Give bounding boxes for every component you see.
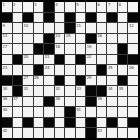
white-cell-r9c1[interactable]: 37 — [13, 97, 23, 107]
clue-number-21: 21 — [45, 54, 50, 59]
black-cell-r6c3 — [34, 65, 44, 75]
white-cell-r8c7[interactable]: 33 — [76, 86, 86, 96]
white-cell-r10c10[interactable] — [107, 107, 117, 117]
clue-number-19: 19 — [87, 44, 92, 49]
white-cell-r4c5[interactable]: 18 — [55, 44, 65, 54]
white-cell-r6c7[interactable] — [76, 65, 86, 75]
black-cell-r1c6 — [65, 13, 75, 23]
white-cell-r2c0[interactable]: 9 — [2, 23, 12, 33]
white-cell-r12c3[interactable] — [34, 128, 44, 138]
clue-number-40: 40 — [3, 107, 8, 112]
white-cell-r12c2[interactable] — [23, 128, 33, 138]
white-cell-r8c11[interactable]: 35 — [118, 86, 128, 96]
black-cell-r7c0 — [2, 76, 12, 86]
black-cell-r5c1 — [13, 55, 23, 65]
white-cell-r5c9[interactable] — [97, 55, 107, 65]
black-cell-r9c8 — [86, 97, 96, 107]
white-cell-r7c12[interactable] — [128, 76, 138, 86]
white-cell-r12c0[interactable]: 42 — [2, 128, 12, 138]
white-cell-r8c12[interactable] — [128, 86, 138, 96]
white-cell-r1c3[interactable] — [34, 13, 44, 23]
black-cell-r7c7 — [76, 76, 86, 86]
clue-number-9: 9 — [3, 23, 5, 28]
clue-number-39: 39 — [97, 96, 102, 101]
white-cell-r8c5[interactable]: 32 — [55, 86, 65, 96]
clue-number-6: 6 — [97, 2, 99, 7]
black-cell-r1c0 — [2, 13, 12, 23]
white-cell-r0c2[interactable] — [23, 2, 33, 12]
white-cell-r5c6[interactable] — [65, 55, 75, 65]
black-cell-r5c11 — [118, 55, 128, 65]
black-cell-r11c8 — [86, 118, 96, 128]
white-cell-r9c11[interactable] — [118, 97, 128, 107]
white-cell-r0c1[interactable]: 2 — [13, 2, 23, 12]
clue-number-35: 35 — [118, 86, 123, 91]
white-cell-r12c10[interactable] — [107, 128, 117, 138]
white-cell-r11c3[interactable] — [34, 118, 44, 128]
white-cell-r7c10[interactable] — [107, 76, 117, 86]
white-cell-r2c5[interactable] — [55, 23, 65, 33]
white-cell-r10c2[interactable] — [23, 107, 33, 117]
white-cell-r3c0[interactable]: 13 — [2, 34, 12, 44]
black-cell-r5c7 — [76, 55, 86, 65]
white-cell-r9c12[interactable] — [128, 97, 138, 107]
black-cell-r1c2 — [23, 13, 33, 23]
white-cell-r1c5[interactable] — [55, 13, 65, 23]
white-cell-r2c12[interactable]: 12 — [128, 23, 138, 33]
white-cell-r10c9[interactable] — [97, 107, 107, 117]
black-cell-r11c2 — [23, 118, 33, 128]
black-cell-r4c11 — [118, 44, 128, 54]
white-cell-r12c7[interactable] — [76, 128, 86, 138]
black-cell-r8c1 — [13, 86, 23, 96]
clue-number-29: 29 — [87, 75, 92, 80]
black-cell-r5c12 — [128, 55, 138, 65]
black-cell-r4c3 — [34, 44, 44, 54]
black-cell-r1c8 — [86, 13, 96, 23]
white-cell-r11c9[interactable] — [97, 118, 107, 128]
black-cell-r2c6 — [65, 23, 75, 33]
white-cell-r11c7[interactable] — [76, 118, 86, 128]
clue-number-4: 4 — [55, 2, 57, 7]
white-cell-r9c2[interactable] — [23, 97, 33, 107]
white-cell-r2c3[interactable] — [34, 23, 44, 33]
white-cell-r10c0[interactable]: 40 — [2, 107, 12, 117]
clue-number-36: 36 — [3, 96, 8, 101]
white-cell-r7c6[interactable] — [65, 76, 75, 86]
white-cell-r8c10[interactable]: 34 — [107, 86, 117, 96]
clue-number-30: 30 — [3, 86, 8, 91]
black-cell-r8c8 — [86, 86, 96, 96]
white-cell-r5c0[interactable] — [2, 55, 12, 65]
black-cell-r7c1 — [13, 76, 23, 86]
white-cell-r4c0[interactable]: 17 — [2, 44, 12, 54]
white-cell-r3c11[interactable] — [118, 34, 128, 44]
white-cell-r3c5[interactable]: 14 — [55, 34, 65, 44]
black-cell-r11c10 — [107, 118, 117, 128]
white-cell-r0c8[interactable] — [86, 2, 96, 12]
black-cell-r8c9 — [97, 86, 107, 96]
clue-number-13: 13 — [3, 33, 8, 38]
white-cell-r0c7[interactable]: 5 — [76, 2, 86, 12]
white-cell-r6c2[interactable] — [23, 65, 33, 75]
black-cell-r6c9 — [97, 65, 107, 75]
white-cell-r10c5[interactable] — [55, 107, 65, 117]
black-cell-r11c0 — [2, 118, 12, 128]
white-cell-r0c3[interactable]: 3 — [34, 2, 44, 12]
white-cell-r3c6[interactable]: 15 — [65, 34, 75, 44]
clue-number-31: 31 — [24, 86, 29, 91]
white-cell-r11c11[interactable] — [118, 118, 128, 128]
clue-number-10: 10 — [24, 23, 29, 28]
white-cell-r10c12[interactable] — [128, 107, 138, 117]
clue-number-34: 34 — [108, 86, 113, 91]
clue-number-23: 23 — [3, 65, 8, 70]
white-cell-r5c8[interactable]: 22 — [86, 55, 96, 65]
clue-number-12: 12 — [129, 23, 134, 28]
white-cell-r12c11[interactable] — [118, 128, 128, 138]
white-cell-r0c6[interactable] — [65, 2, 75, 12]
clue-number-28: 28 — [34, 75, 39, 80]
white-cell-r0c12[interactable] — [128, 2, 138, 12]
white-cell-r2c10[interactable] — [107, 23, 117, 33]
white-cell-r2c9[interactable] — [97, 23, 107, 33]
white-cell-r2c2[interactable]: 10 — [23, 23, 33, 33]
white-cell-r7c8[interactable]: 29 — [86, 76, 96, 86]
black-cell-r12c8 — [86, 128, 96, 138]
white-cell-r0c0[interactable]: 1 — [2, 2, 12, 12]
white-cell-r3c12[interactable] — [128, 34, 138, 44]
white-cell-r3c1[interactable] — [13, 34, 23, 44]
white-cell-r0c9[interactable]: 6 — [97, 2, 107, 12]
clue-number-33: 33 — [76, 86, 81, 91]
crossword-board: 1234567891011121314151617181920212223242… — [0, 0, 140, 140]
white-cell-r3c3[interactable] — [34, 34, 44, 44]
clue-number-27: 27 — [24, 75, 29, 80]
clue-number-38: 38 — [55, 96, 60, 101]
clue-number-18: 18 — [55, 44, 60, 49]
white-cell-r10c7[interactable]: 41 — [76, 107, 86, 117]
clue-number-16: 16 — [97, 33, 102, 38]
white-cell-r5c3[interactable] — [34, 55, 44, 65]
clue-number-26: 26 — [129, 65, 134, 70]
white-cell-r2c8[interactable] — [86, 23, 96, 33]
white-cell-r0c10[interactable]: 7 — [107, 2, 117, 12]
white-cell-r9c10[interactable] — [107, 97, 117, 107]
white-cell-r8c0[interactable]: 30 — [2, 86, 12, 96]
white-cell-r0c11[interactable]: 8 — [118, 2, 128, 12]
white-cell-r4c1[interactable] — [13, 44, 23, 54]
clue-number-5: 5 — [76, 2, 78, 7]
black-cell-r1c4 — [44, 13, 54, 23]
white-cell-r11c5[interactable] — [55, 118, 65, 128]
black-cell-r5c5 — [55, 55, 65, 65]
white-cell-r1c9[interactable] — [97, 13, 107, 23]
white-cell-r4c10[interactable] — [107, 44, 117, 54]
white-cell-r12c9[interactable]: 43 — [97, 128, 107, 138]
white-cell-r6c10[interactable]: 25 — [107, 65, 117, 75]
white-cell-r9c9[interactable]: 39 — [97, 97, 107, 107]
clue-number-2: 2 — [13, 2, 15, 7]
clue-number-1: 1 — [3, 2, 5, 7]
white-cell-r6c5[interactable] — [55, 65, 65, 75]
white-cell-r8c6[interactable] — [65, 86, 75, 96]
white-cell-r2c1[interactable] — [13, 23, 23, 33]
white-cell-r1c1[interactable] — [13, 13, 23, 23]
black-cell-r11c12 — [128, 118, 138, 128]
clue-number-15: 15 — [66, 33, 71, 38]
white-cell-r1c11[interactable] — [118, 13, 128, 23]
white-cell-r6c11[interactable] — [118, 65, 128, 75]
white-cell-r8c4[interactable] — [44, 86, 54, 96]
white-cell-r9c3[interactable] — [34, 97, 44, 107]
crossword-puzzle: 1234567891011121314151617181920212223242… — [0, 0, 140, 140]
white-cell-r9c5[interactable]: 38 — [55, 97, 65, 107]
white-cell-r8c2[interactable]: 31 — [23, 86, 33, 96]
black-cell-r7c11 — [118, 76, 128, 86]
white-cell-r5c10[interactable] — [107, 55, 117, 65]
white-cell-r2c11[interactable] — [118, 23, 128, 33]
white-cell-r4c9[interactable] — [97, 44, 107, 54]
white-cell-r2c4[interactable] — [44, 23, 54, 33]
white-cell-r9c0[interactable]: 36 — [2, 97, 12, 107]
black-cell-r7c5 — [55, 76, 65, 86]
clue-number-11: 11 — [76, 23, 81, 28]
white-cell-r10c11[interactable] — [118, 107, 128, 117]
white-cell-r7c4[interactable] — [44, 76, 54, 86]
white-cell-r5c4[interactable]: 21 — [44, 55, 54, 65]
white-cell-r3c9[interactable]: 16 — [97, 34, 107, 44]
white-cell-r6c8[interactable] — [86, 65, 96, 75]
white-cell-r6c0[interactable]: 23 — [2, 65, 12, 75]
white-cell-r8c3[interactable] — [34, 86, 44, 96]
white-cell-r4c7[interactable] — [76, 44, 86, 54]
white-cell-r12c4[interactable] — [44, 128, 54, 138]
clue-number-3: 3 — [34, 2, 36, 7]
clue-number-24: 24 — [45, 65, 50, 70]
white-cell-r1c7[interactable] — [76, 13, 86, 23]
black-cell-r10c6 — [65, 107, 75, 117]
white-cell-r4c12[interactable] — [128, 44, 138, 54]
white-cell-r9c7[interactable] — [76, 97, 86, 107]
white-cell-r10c1[interactable] — [13, 107, 23, 117]
clue-number-8: 8 — [118, 2, 120, 7]
clue-number-20: 20 — [24, 54, 29, 59]
white-cell-r10c8[interactable] — [86, 107, 96, 117]
white-cell-r4c2[interactable] — [23, 44, 33, 54]
white-cell-r6c12[interactable]: 26 — [128, 65, 138, 75]
white-cell-r10c3[interactable] — [34, 107, 44, 117]
white-cell-r5c2[interactable]: 20 — [23, 55, 33, 65]
white-cell-r12c5[interactable] — [55, 128, 65, 138]
clue-number-22: 22 — [87, 54, 92, 59]
black-cell-r9c4 — [44, 97, 54, 107]
black-cell-r1c10 — [107, 13, 117, 23]
black-cell-r1c12 — [128, 13, 138, 23]
white-cell-r2c7[interactable]: 11 — [76, 23, 86, 33]
clue-number-42: 42 — [3, 128, 8, 133]
white-cell-r6c1[interactable] — [13, 65, 23, 75]
black-cell-r3c4 — [44, 34, 54, 44]
clue-number-7: 7 — [108, 2, 110, 7]
white-cell-r12c6[interactable] — [65, 128, 75, 138]
white-cell-r7c9[interactable] — [97, 76, 107, 86]
clue-number-25: 25 — [108, 65, 113, 70]
white-cell-r10c4[interactable] — [44, 107, 54, 117]
white-cell-r4c8[interactable]: 19 — [86, 44, 96, 54]
white-cell-r3c10[interactable] — [107, 34, 117, 44]
white-cell-r7c2[interactable]: 27 — [23, 76, 33, 86]
clue-number-43: 43 — [97, 128, 102, 133]
white-cell-r11c1[interactable] — [13, 118, 23, 128]
white-cell-r6c4[interactable]: 24 — [44, 65, 54, 75]
black-cell-r11c4 — [44, 118, 54, 128]
white-cell-r12c12[interactable] — [128, 128, 138, 138]
white-cell-r3c2[interactable] — [23, 34, 33, 44]
clue-number-32: 32 — [55, 86, 60, 91]
white-cell-r4c6[interactable] — [65, 44, 75, 54]
white-cell-r9c6[interactable] — [65, 97, 75, 107]
white-cell-r7c3[interactable]: 28 — [34, 76, 44, 86]
black-cell-r3c8 — [86, 34, 96, 44]
clue-number-17: 17 — [3, 44, 8, 49]
white-cell-r6c6[interactable] — [65, 65, 75, 75]
clue-number-14: 14 — [55, 33, 60, 38]
white-cell-r0c5[interactable]: 4 — [55, 2, 65, 12]
white-cell-r3c7[interactable] — [76, 34, 86, 44]
white-cell-r12c1[interactable] — [13, 128, 23, 138]
black-cell-r11c6 — [65, 118, 75, 128]
black-cell-r0c4 — [44, 2, 54, 12]
black-cell-r4c4 — [44, 44, 54, 54]
clue-number-41: 41 — [76, 107, 81, 112]
clue-number-37: 37 — [13, 96, 18, 101]
